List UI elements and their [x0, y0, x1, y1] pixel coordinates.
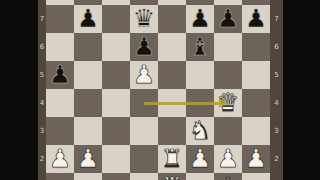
rank-label-4-left: 4: [38, 100, 46, 107]
square-f7[interactable]: ♟: [186, 5, 214, 33]
square-a3[interactable]: [46, 117, 74, 145]
piece-white-rook-e2[interactable]: ♜: [158, 145, 186, 173]
square-h7[interactable]: ♟: [242, 5, 270, 33]
square-c5[interactable]: [102, 61, 130, 89]
square-e5[interactable]: [158, 61, 186, 89]
rank-label-2-left: 2: [38, 156, 46, 163]
square-h5[interactable]: [242, 61, 270, 89]
square-d5[interactable]: ♟: [130, 61, 158, 89]
square-h4[interactable]: [242, 89, 270, 117]
piece-black-pawn-f7[interactable]: ♟: [186, 5, 214, 33]
square-d7[interactable]: ♛: [130, 5, 158, 33]
rank-label-7-right: 7: [270, 16, 283, 23]
square-b1[interactable]: [74, 173, 102, 180]
square-b2[interactable]: ♟: [74, 145, 102, 173]
move-arrow-head: [219, 98, 228, 108]
square-f6[interactable]: ♝: [186, 33, 214, 61]
square-a6[interactable]: [46, 33, 74, 61]
square-g1[interactable]: ♚: [214, 173, 242, 180]
letterbox-right: [283, 0, 320, 180]
piece-white-pawn-g2[interactable]: ♟: [214, 145, 242, 173]
square-h1[interactable]: [242, 173, 270, 180]
piece-black-pawn-a5[interactable]: ♟: [46, 61, 74, 89]
piece-black-queen-d7[interactable]: ♛: [130, 5, 158, 33]
square-h2[interactable]: ♟: [242, 145, 270, 173]
square-f1[interactable]: [186, 173, 214, 180]
piece-black-pawn-h7[interactable]: ♟: [242, 5, 270, 33]
rank-label-6-right: 6: [270, 44, 283, 51]
square-a7[interactable]: [46, 5, 74, 33]
square-h3[interactable]: [242, 117, 270, 145]
square-g3[interactable]: [214, 117, 242, 145]
square-c3[interactable]: [102, 117, 130, 145]
rank-label-2-right: 2: [270, 156, 283, 163]
square-b3[interactable]: [74, 117, 102, 145]
piece-white-king-g1[interactable]: ♚: [214, 173, 242, 180]
square-g2[interactable]: ♟: [214, 145, 242, 173]
rank-label-5-left: 5: [38, 72, 46, 79]
square-d2[interactable]: [130, 145, 158, 173]
square-g6[interactable]: [214, 33, 242, 61]
square-g5[interactable]: [214, 61, 242, 89]
square-c7[interactable]: [102, 5, 130, 33]
square-c1[interactable]: [102, 173, 130, 180]
square-a1[interactable]: [46, 173, 74, 180]
square-a5[interactable]: ♟: [46, 61, 74, 89]
square-e7[interactable]: [158, 5, 186, 33]
rank-label-5-right: 5: [270, 72, 283, 79]
square-c2[interactable]: [102, 145, 130, 173]
square-a2[interactable]: ♟: [46, 145, 74, 173]
square-c6[interactable]: [102, 33, 130, 61]
square-f2[interactable]: ♟: [186, 145, 214, 173]
video-frame: 765432 765432 ♜♜♚♟♛♟♟♟♟♝♟♟♛♞♟♟♜♟♟♟♜♚: [0, 0, 320, 180]
square-f5[interactable]: [186, 61, 214, 89]
board-border-right: 765432: [270, 0, 283, 180]
piece-black-pawn-g7[interactable]: ♟: [214, 5, 242, 33]
chess-board: ♜♜♚♟♛♟♟♟♟♝♟♟♛♞♟♟♜♟♟♟♜♚: [46, 0, 270, 180]
square-b7[interactable]: ♟: [74, 5, 102, 33]
square-b4[interactable]: [74, 89, 102, 117]
square-e1[interactable]: ♜: [158, 173, 186, 180]
move-arrow-line: [144, 102, 219, 105]
square-e3[interactable]: [158, 117, 186, 145]
piece-black-pawn-d6[interactable]: ♟: [130, 33, 158, 61]
square-g7[interactable]: ♟: [214, 5, 242, 33]
piece-black-bishop-f6[interactable]: ♝: [186, 33, 214, 61]
square-f3[interactable]: ♞: [186, 117, 214, 145]
piece-white-pawn-d5[interactable]: ♟: [130, 61, 158, 89]
rank-label-3-right: 3: [270, 128, 283, 135]
board-border-left: 765432: [38, 0, 46, 180]
square-c4[interactable]: [102, 89, 130, 117]
piece-black-pawn-b7[interactable]: ♟: [74, 5, 102, 33]
piece-white-knight-f3[interactable]: ♞: [186, 117, 214, 145]
piece-white-pawn-f2[interactable]: ♟: [186, 145, 214, 173]
square-e2[interactable]: ♜: [158, 145, 186, 173]
square-b5[interactable]: [74, 61, 102, 89]
piece-white-rook-e1[interactable]: ♜: [158, 173, 186, 180]
rank-label-7-left: 7: [38, 16, 46, 23]
piece-white-pawn-b2[interactable]: ♟: [74, 145, 102, 173]
letterbox-left: [0, 0, 38, 180]
rank-label-6-left: 6: [38, 44, 46, 51]
rank-label-4-right: 4: [270, 100, 283, 107]
piece-white-pawn-a2[interactable]: ♟: [46, 145, 74, 173]
piece-white-pawn-h2[interactable]: ♟: [242, 145, 270, 173]
rank-label-3-left: 3: [38, 128, 46, 135]
square-d6[interactable]: ♟: [130, 33, 158, 61]
square-a4[interactable]: [46, 89, 74, 117]
square-h6[interactable]: [242, 33, 270, 61]
square-e6[interactable]: [158, 33, 186, 61]
square-d1[interactable]: [130, 173, 158, 180]
square-b6[interactable]: [74, 33, 102, 61]
square-d3[interactable]: [130, 117, 158, 145]
